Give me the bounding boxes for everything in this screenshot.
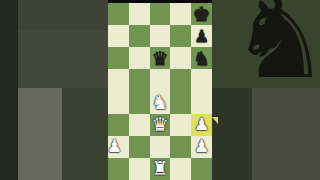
- square-e5[interactable]: [129, 69, 150, 91]
- piece-white-pawn-h3[interactable]: ♟: [194, 116, 209, 133]
- square-f2[interactable]: [150, 136, 171, 158]
- square-f8[interactable]: [150, 3, 171, 25]
- square-d5[interactable]: [108, 69, 129, 91]
- square-e3[interactable]: [129, 114, 150, 136]
- piece-black-pawn-h7[interactable]: ♟: [194, 28, 209, 45]
- square-h5[interactable]: [191, 69, 212, 91]
- piece-white-pawn-h2[interactable]: ♟: [194, 138, 209, 155]
- square-h4[interactable]: [191, 92, 212, 114]
- board-strip: ♚♟♛♞♞♛♟♟♟♜: [108, 0, 212, 180]
- square-f6[interactable]: ♛: [150, 47, 171, 69]
- square-g1[interactable]: [170, 158, 191, 180]
- square-g7[interactable]: [170, 25, 191, 47]
- square-f3[interactable]: ♛: [150, 114, 171, 136]
- square-h6[interactable]: ♞: [191, 47, 212, 69]
- square-g2[interactable]: [170, 136, 191, 158]
- square-f4[interactable]: ♞: [150, 92, 171, 114]
- square-f7[interactable]: [150, 25, 171, 47]
- square-h2[interactable]: ♟: [191, 136, 212, 158]
- chess-board: ♚♟♛♞♞♛♟♟♟♜: [108, 3, 212, 180]
- giant-knight-icon: ♞: [230, 0, 320, 88]
- square-h1[interactable]: [191, 158, 212, 180]
- square-e6[interactable]: [129, 47, 150, 69]
- bg-left-edge: [0, 0, 18, 180]
- square-d6[interactable]: [108, 47, 129, 69]
- square-f1[interactable]: ♜: [150, 158, 171, 180]
- square-g6[interactable]: [170, 47, 191, 69]
- piece-black-queen-f6[interactable]: ♛: [151, 49, 168, 68]
- square-h3[interactable]: ♟: [191, 114, 212, 136]
- bg-left-mid: [18, 30, 108, 88]
- bg-left-bottom-light: [18, 88, 62, 180]
- bg-right-top: ♞: [212, 0, 320, 88]
- square-d7[interactable]: [108, 25, 129, 47]
- square-d8[interactable]: [108, 3, 129, 25]
- piece-white-queen-f3[interactable]: ♛: [151, 115, 168, 134]
- square-g5[interactable]: [170, 69, 191, 91]
- piece-white-rook-f1[interactable]: ♜: [151, 159, 168, 178]
- bg-left-bottom-dark: [62, 88, 108, 180]
- square-f5[interactable]: [150, 69, 171, 91]
- square-h8[interactable]: ♚: [191, 3, 212, 25]
- square-e4[interactable]: [129, 92, 150, 114]
- square-e1[interactable]: [129, 158, 150, 180]
- piece-white-pawn-d2[interactable]: ♟: [108, 138, 122, 155]
- square-d3[interactable]: [108, 114, 129, 136]
- piece-black-knight-h6[interactable]: ♞: [193, 49, 210, 68]
- square-e8[interactable]: [129, 3, 150, 25]
- square-e2[interactable]: [129, 136, 150, 158]
- video-frame: ♞ ♚♟♛♞♞♛♟♟♟♜: [0, 0, 320, 180]
- square-g4[interactable]: [170, 92, 191, 114]
- square-g3[interactable]: [170, 114, 191, 136]
- piece-white-knight-f4[interactable]: ♞: [151, 93, 168, 112]
- square-e7[interactable]: [129, 25, 150, 47]
- piece-black-king-h8[interactable]: ♚: [193, 4, 211, 24]
- square-h7[interactable]: ♟: [191, 25, 212, 47]
- bg-right-bottom-right: [252, 88, 320, 180]
- square-d1[interactable]: [108, 158, 129, 180]
- square-d2[interactable]: ♟: [108, 136, 129, 158]
- bg-right-bottom-left: [212, 88, 252, 180]
- square-d4[interactable]: [108, 92, 129, 114]
- square-g8[interactable]: [170, 3, 191, 25]
- bg-left-top: [18, 0, 108, 30]
